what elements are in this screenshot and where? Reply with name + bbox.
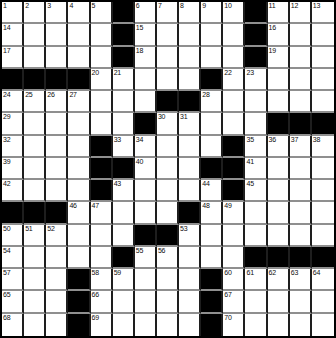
cell-r3c5[interactable] xyxy=(91,47,113,69)
cell-r7c10[interactable] xyxy=(201,136,223,158)
cell-r8c7[interactable]: 40 xyxy=(135,158,157,180)
cell-r5c3[interactable]: 26 xyxy=(46,91,68,113)
cell-r8c8[interactable] xyxy=(157,158,179,180)
clue-number: 52 xyxy=(47,225,54,233)
cell-r5c5[interactable] xyxy=(91,91,113,113)
block-cell-r8c10 xyxy=(201,158,223,180)
cell-r9c15[interactable] xyxy=(312,180,334,202)
clue-number: 46 xyxy=(69,202,76,210)
clue-number: 70 xyxy=(224,314,231,322)
cell-r12c4[interactable] xyxy=(68,247,90,269)
cell-r1c3[interactable]: 3 xyxy=(46,2,68,24)
block-cell-r11c7 xyxy=(135,225,157,247)
cell-r14c12[interactable] xyxy=(245,291,267,313)
clue-number: 60 xyxy=(224,269,231,277)
cell-r11c4[interactable] xyxy=(68,225,90,247)
cell-r2c10[interactable] xyxy=(201,24,223,46)
clue-number: 44 xyxy=(202,180,209,188)
clue-number: 9 xyxy=(202,2,206,10)
cell-r4c11[interactable]: 22 xyxy=(223,69,245,91)
cell-r12c3[interactable] xyxy=(46,247,68,269)
cell-r12c1[interactable]: 54 xyxy=(2,247,24,269)
clue-number: 56 xyxy=(158,247,165,255)
block-cell-r3c12 xyxy=(245,47,267,69)
cell-r2c9[interactable] xyxy=(179,24,201,46)
block-cell-r4c1 xyxy=(2,69,24,91)
clue-number: 58 xyxy=(92,269,99,277)
cell-r5c14[interactable] xyxy=(290,91,312,113)
clue-number: 13 xyxy=(313,2,320,10)
clue-number: 49 xyxy=(224,202,231,210)
block-cell-r9c11 xyxy=(223,180,245,202)
cell-r13c2[interactable] xyxy=(24,269,46,291)
cell-r10c14[interactable] xyxy=(290,202,312,224)
cell-r15c2[interactable] xyxy=(24,314,46,336)
cell-r5c12[interactable] xyxy=(245,91,267,113)
cell-r9c1[interactable]: 42 xyxy=(2,180,24,202)
cell-r13c11[interactable]: 60 xyxy=(223,269,245,291)
cell-r10c10[interactable]: 48 xyxy=(201,202,223,224)
cell-r1c1[interactable]: 1 xyxy=(2,2,24,24)
block-cell-r15c4 xyxy=(68,314,90,336)
cell-r1c15[interactable]: 13 xyxy=(312,2,334,24)
cell-r11c6[interactable] xyxy=(113,225,135,247)
cell-r14c8[interactable] xyxy=(157,291,179,313)
cell-r11c11[interactable] xyxy=(223,225,245,247)
cell-r1c11[interactable]: 10 xyxy=(223,2,245,24)
clue-number: 5 xyxy=(92,2,96,10)
clue-number: 26 xyxy=(47,91,54,99)
cell-r2c15[interactable] xyxy=(312,24,334,46)
cell-r13c13[interactable]: 62 xyxy=(268,269,290,291)
cell-r3c15[interactable] xyxy=(312,47,334,69)
cell-r11c14[interactable] xyxy=(290,225,312,247)
cell-r8c4[interactable] xyxy=(68,158,90,180)
clue-number: 2 xyxy=(25,2,29,10)
cell-r7c12[interactable]: 35 xyxy=(245,136,267,158)
clue-number: 11 xyxy=(269,2,276,10)
cell-r14c14[interactable] xyxy=(290,291,312,313)
cell-r9c2[interactable] xyxy=(24,180,46,202)
cell-r7c1[interactable]: 32 xyxy=(2,136,24,158)
block-cell-r8c11 xyxy=(223,158,245,180)
cell-r11c5[interactable] xyxy=(91,225,113,247)
cell-r15c3[interactable] xyxy=(46,314,68,336)
clue-number: 54 xyxy=(3,247,10,255)
clue-number: 25 xyxy=(25,91,32,99)
block-cell-r6c13 xyxy=(268,113,290,135)
clue-number: 19 xyxy=(269,47,276,55)
cell-r8c2[interactable] xyxy=(24,158,46,180)
clue-number: 64 xyxy=(313,269,320,277)
block-cell-r13c10 xyxy=(201,269,223,291)
cell-r5c11[interactable] xyxy=(223,91,245,113)
cell-r12c9[interactable] xyxy=(179,247,201,269)
cell-r11c3[interactable]: 52 xyxy=(46,225,68,247)
cell-r8c13[interactable] xyxy=(268,158,290,180)
block-cell-r8c6 xyxy=(113,158,135,180)
block-cell-r7c5 xyxy=(91,136,113,158)
cell-r3c9[interactable] xyxy=(179,47,201,69)
block-cell-r13c4 xyxy=(68,269,90,291)
cell-r1c2[interactable]: 2 xyxy=(24,2,46,24)
cell-r13c6[interactable]: 59 xyxy=(113,269,135,291)
cell-r6c6[interactable] xyxy=(113,113,135,135)
cell-r10c11[interactable]: 49 xyxy=(223,202,245,224)
cell-r14c5[interactable]: 66 xyxy=(91,291,113,313)
cell-r14c13[interactable] xyxy=(268,291,290,313)
cell-r11c1[interactable]: 50 xyxy=(2,225,24,247)
block-cell-r5c9 xyxy=(179,91,201,113)
cell-r14c6[interactable] xyxy=(113,291,135,313)
cell-r9c3[interactable] xyxy=(46,180,68,202)
clue-number: 35 xyxy=(246,136,253,144)
clue-number: 10 xyxy=(224,2,231,10)
cell-r4c6[interactable]: 21 xyxy=(113,69,135,91)
cell-r2c1[interactable]: 14 xyxy=(2,24,24,46)
cell-r9c8[interactable] xyxy=(157,180,179,202)
cell-r14c2[interactable] xyxy=(24,291,46,313)
clue-number: 24 xyxy=(3,91,10,99)
cell-r8c9[interactable] xyxy=(179,158,201,180)
block-cell-r2c12 xyxy=(245,24,267,46)
cell-r4c15[interactable] xyxy=(312,69,334,91)
clue-number: 39 xyxy=(3,158,10,166)
clue-number: 15 xyxy=(136,24,143,32)
clue-number: 29 xyxy=(3,113,10,121)
cell-r5c13[interactable] xyxy=(268,91,290,113)
cell-r9c13[interactable] xyxy=(268,180,290,202)
cell-r14c1[interactable]: 65 xyxy=(2,291,24,313)
block-cell-r12c13 xyxy=(268,247,290,269)
clue-number: 37 xyxy=(291,136,298,144)
cell-r9c9[interactable] xyxy=(179,180,201,202)
cell-r1c4[interactable]: 4 xyxy=(68,2,90,24)
clue-number: 16 xyxy=(269,24,276,32)
block-cell-r6c7 xyxy=(135,113,157,135)
cell-r8c1[interactable]: 39 xyxy=(2,158,24,180)
cell-r10c15[interactable] xyxy=(312,202,334,224)
cell-r2c13[interactable]: 16 xyxy=(268,24,290,46)
cell-r6c10[interactable] xyxy=(201,113,223,135)
cell-r1c14[interactable]: 12 xyxy=(290,2,312,24)
cell-r5c4[interactable]: 27 xyxy=(68,91,90,113)
cell-r15c8[interactable] xyxy=(157,314,179,336)
clue-number: 57 xyxy=(3,269,10,277)
clue-number: 18 xyxy=(136,47,143,55)
clue-number: 42 xyxy=(3,180,10,188)
cell-r3c3[interactable] xyxy=(46,47,68,69)
clue-number: 28 xyxy=(202,91,209,99)
cell-r11c10[interactable] xyxy=(201,225,223,247)
cell-r9c4[interactable] xyxy=(68,180,90,202)
clue-number: 62 xyxy=(269,269,276,277)
cell-r7c9[interactable] xyxy=(179,136,201,158)
cell-r4c12[interactable]: 23 xyxy=(245,69,267,91)
clue-number: 4 xyxy=(69,2,73,10)
cell-r13c12[interactable]: 61 xyxy=(245,269,267,291)
block-cell-r12c6 xyxy=(113,247,135,269)
cell-r2c7[interactable]: 15 xyxy=(135,24,157,46)
cell-r12c2[interactable] xyxy=(24,247,46,269)
cell-r7c15[interactable]: 38 xyxy=(312,136,334,158)
cell-r11c2[interactable]: 51 xyxy=(24,225,46,247)
cell-r15c15[interactable] xyxy=(312,314,334,336)
clue-number: 21 xyxy=(114,69,121,77)
cell-r5c2[interactable]: 25 xyxy=(24,91,46,113)
cell-r2c2[interactable] xyxy=(24,24,46,46)
cell-r4c7[interactable] xyxy=(135,69,157,91)
block-cell-r3c6 xyxy=(113,47,135,69)
cell-r6c5[interactable] xyxy=(91,113,113,135)
block-cell-r4c3 xyxy=(46,69,68,91)
cell-r5c7[interactable] xyxy=(135,91,157,113)
cell-r2c3[interactable] xyxy=(46,24,68,46)
cell-r14c11[interactable]: 67 xyxy=(223,291,245,313)
clue-number: 22 xyxy=(224,69,231,77)
block-cell-r1c12 xyxy=(245,2,267,24)
clue-number: 63 xyxy=(291,269,298,277)
cell-r10c5[interactable]: 47 xyxy=(91,202,113,224)
cell-r9c14[interactable] xyxy=(290,180,312,202)
clue-number: 17 xyxy=(3,47,10,55)
clue-number: 32 xyxy=(3,136,10,144)
clue-number: 48 xyxy=(202,202,209,210)
cell-r13c1[interactable]: 57 xyxy=(2,269,24,291)
cell-r7c8[interactable] xyxy=(157,136,179,158)
cell-r15c13[interactable] xyxy=(268,314,290,336)
clue-number: 69 xyxy=(92,314,99,322)
cell-r11c15[interactable] xyxy=(312,225,334,247)
cell-r11c13[interactable] xyxy=(268,225,290,247)
cell-r6c9[interactable]: 31 xyxy=(179,113,201,135)
clue-number: 43 xyxy=(114,180,121,188)
block-cell-r1c6 xyxy=(113,2,135,24)
block-cell-r10c3 xyxy=(46,202,68,224)
clue-number: 33 xyxy=(114,136,121,144)
cell-r2c8[interactable] xyxy=(157,24,179,46)
cell-r14c9[interactable] xyxy=(179,291,201,313)
block-cell-r12c14 xyxy=(290,247,312,269)
block-cell-r6c14 xyxy=(290,113,312,135)
cell-r12c11[interactable] xyxy=(223,247,245,269)
cell-r6c1[interactable]: 29 xyxy=(2,113,24,135)
clue-number: 6 xyxy=(136,2,140,10)
block-cell-r14c10 xyxy=(201,291,223,313)
clue-number: 59 xyxy=(114,269,121,277)
block-cell-r10c2 xyxy=(24,202,46,224)
cell-r13c8[interactable] xyxy=(157,269,179,291)
cell-r3c13[interactable]: 19 xyxy=(268,47,290,69)
clue-number: 23 xyxy=(246,69,253,77)
cell-r6c11[interactable] xyxy=(223,113,245,135)
block-cell-r12c12 xyxy=(245,247,267,269)
block-cell-r10c9 xyxy=(179,202,201,224)
cell-r4c14[interactable] xyxy=(290,69,312,91)
cell-r12c5[interactable] xyxy=(91,247,113,269)
cell-r10c12[interactable] xyxy=(245,202,267,224)
cell-r6c4[interactable] xyxy=(68,113,90,135)
clue-number: 41 xyxy=(246,158,253,166)
cell-r15c12[interactable] xyxy=(245,314,267,336)
clue-number: 1 xyxy=(3,2,7,10)
cell-r9c12[interactable]: 45 xyxy=(245,180,267,202)
cell-r1c10[interactable]: 9 xyxy=(201,2,223,24)
clue-number: 67 xyxy=(224,291,231,299)
block-cell-r6c15 xyxy=(312,113,334,135)
clue-number: 27 xyxy=(69,91,76,99)
clue-number: 55 xyxy=(136,247,143,255)
cell-r10c7[interactable] xyxy=(135,202,157,224)
cell-r3c1[interactable]: 17 xyxy=(2,47,24,69)
cell-r13c3[interactable] xyxy=(46,269,68,291)
cell-r5c1[interactable]: 24 xyxy=(2,91,24,113)
cell-r9c6[interactable]: 43 xyxy=(113,180,135,202)
cell-r9c7[interactable] xyxy=(135,180,157,202)
cell-r15c7[interactable] xyxy=(135,314,157,336)
clue-number: 47 xyxy=(92,202,99,210)
cell-r7c3[interactable] xyxy=(46,136,68,158)
block-cell-r2c6 xyxy=(113,24,135,46)
cell-r10c4[interactable]: 46 xyxy=(68,202,90,224)
cell-r11c12[interactable] xyxy=(245,225,267,247)
cell-r4c8[interactable] xyxy=(157,69,179,91)
cell-r12c7[interactable]: 55 xyxy=(135,247,157,269)
cell-r3c11[interactable] xyxy=(223,47,245,69)
clue-number: 51 xyxy=(25,225,32,233)
clue-number: 66 xyxy=(92,291,99,299)
cell-r14c3[interactable] xyxy=(46,291,68,313)
cell-r14c7[interactable] xyxy=(135,291,157,313)
cell-r3c8[interactable] xyxy=(157,47,179,69)
cell-r5c10[interactable]: 28 xyxy=(201,91,223,113)
clue-number: 50 xyxy=(3,225,10,233)
cell-r1c7[interactable]: 6 xyxy=(135,2,157,24)
clue-number: 7 xyxy=(158,2,162,10)
cell-r10c6[interactable] xyxy=(113,202,135,224)
cell-r6c3[interactable] xyxy=(46,113,68,135)
cell-r7c14[interactable]: 37 xyxy=(290,136,312,158)
cell-r5c6[interactable] xyxy=(113,91,135,113)
cell-r2c11[interactable] xyxy=(223,24,245,46)
cell-r15c6[interactable] xyxy=(113,314,135,336)
block-cell-r11c8 xyxy=(157,225,179,247)
cell-r15c11[interactable]: 70 xyxy=(223,314,245,336)
block-cell-r7c11 xyxy=(223,136,245,158)
clue-number: 8 xyxy=(180,2,184,10)
cell-r7c6[interactable]: 33 xyxy=(113,136,135,158)
block-cell-r12c15 xyxy=(312,247,334,269)
clue-number: 31 xyxy=(180,113,187,121)
cell-r10c13[interactable] xyxy=(268,202,290,224)
clue-number: 53 xyxy=(180,225,187,233)
cell-r3c14[interactable] xyxy=(290,47,312,69)
cell-r3c7[interactable]: 18 xyxy=(135,47,157,69)
clue-number: 20 xyxy=(92,69,99,77)
block-cell-r9c5 xyxy=(91,180,113,202)
cell-r15c5[interactable]: 69 xyxy=(91,314,113,336)
cell-r2c4[interactable] xyxy=(68,24,90,46)
block-cell-r5c8 xyxy=(157,91,179,113)
cell-r15c1[interactable]: 68 xyxy=(2,314,24,336)
crossword-grid: 1234567891011121314151617181920212223242… xyxy=(0,0,336,338)
clue-number: 12 xyxy=(291,2,298,10)
clue-number: 38 xyxy=(313,136,320,144)
cell-r4c13[interactable] xyxy=(268,69,290,91)
cell-r3c2[interactable] xyxy=(24,47,46,69)
cell-r1c13[interactable]: 11 xyxy=(268,2,290,24)
clue-number: 68 xyxy=(3,314,10,322)
cell-r4c5[interactable]: 20 xyxy=(91,69,113,91)
clue-number: 34 xyxy=(136,136,143,144)
cell-r3c10[interactable] xyxy=(201,47,223,69)
clue-number: 40 xyxy=(136,158,143,166)
clue-number: 45 xyxy=(246,180,253,188)
clue-number: 65 xyxy=(3,291,10,299)
cell-r14c15[interactable] xyxy=(312,291,334,313)
cell-r10c8[interactable] xyxy=(157,202,179,224)
block-cell-r15c10 xyxy=(201,314,223,336)
cell-r6c2[interactable] xyxy=(24,113,46,135)
clue-number: 3 xyxy=(47,2,51,10)
block-cell-r10c1 xyxy=(2,202,24,224)
clue-number: 61 xyxy=(246,269,253,277)
block-cell-r4c2 xyxy=(24,69,46,91)
cell-r6c8[interactable]: 30 xyxy=(157,113,179,135)
cell-r7c13[interactable]: 36 xyxy=(268,136,290,158)
cell-r11c9[interactable]: 53 xyxy=(179,225,201,247)
cell-r13c5[interactable]: 58 xyxy=(91,269,113,291)
cell-r3c4[interactable] xyxy=(68,47,90,69)
cell-r9c10[interactable]: 44 xyxy=(201,180,223,202)
block-cell-r8c5 xyxy=(91,158,113,180)
cell-r1c9[interactable]: 8 xyxy=(179,2,201,24)
cell-r8c12[interactable]: 41 xyxy=(245,158,267,180)
clue-number: 36 xyxy=(269,136,276,144)
cell-r6c12[interactable] xyxy=(245,113,267,135)
cell-r5c15[interactable] xyxy=(312,91,334,113)
cell-r15c14[interactable] xyxy=(290,314,312,336)
cell-r2c14[interactable] xyxy=(290,24,312,46)
cell-r1c5[interactable]: 5 xyxy=(91,2,113,24)
cell-r8c3[interactable] xyxy=(46,158,68,180)
block-cell-r4c10 xyxy=(201,69,223,91)
cell-r2c5[interactable] xyxy=(91,24,113,46)
cell-r12c10[interactable] xyxy=(201,247,223,269)
cell-r8c15[interactable] xyxy=(312,158,334,180)
cell-r7c2[interactable] xyxy=(24,136,46,158)
cell-r13c14[interactable]: 63 xyxy=(290,269,312,291)
block-cell-r14c4 xyxy=(68,291,90,313)
cell-r1c8[interactable]: 7 xyxy=(157,2,179,24)
cell-r13c7[interactable] xyxy=(135,269,157,291)
cell-r13c9[interactable] xyxy=(179,269,201,291)
cell-r12c8[interactable]: 56 xyxy=(157,247,179,269)
cell-r8c14[interactable] xyxy=(290,158,312,180)
cell-r4c9[interactable] xyxy=(179,69,201,91)
cell-r15c9[interactable] xyxy=(179,314,201,336)
block-cell-r4c4 xyxy=(68,69,90,91)
cell-r7c7[interactable]: 34 xyxy=(135,136,157,158)
clue-number: 30 xyxy=(158,113,165,121)
cell-r7c4[interactable] xyxy=(68,136,90,158)
cell-r13c15[interactable]: 64 xyxy=(312,269,334,291)
clue-number: 14 xyxy=(3,24,10,32)
